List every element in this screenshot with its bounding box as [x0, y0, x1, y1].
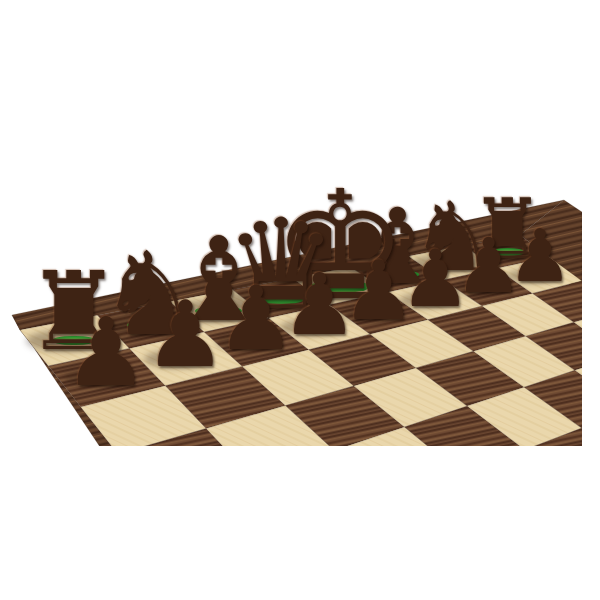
product-photo-page: { "game": "chess", "scene": { "descripti…: [0, 0, 600, 600]
photo-crop-area: ♜♞♝♚♛♝♞♜♟♟♟♟♟♟♟♟: [0, 0, 582, 446]
piece-b7-pawn: ♟: [140, 289, 231, 380]
piece-a7-pawn: ♟: [59, 305, 153, 399]
